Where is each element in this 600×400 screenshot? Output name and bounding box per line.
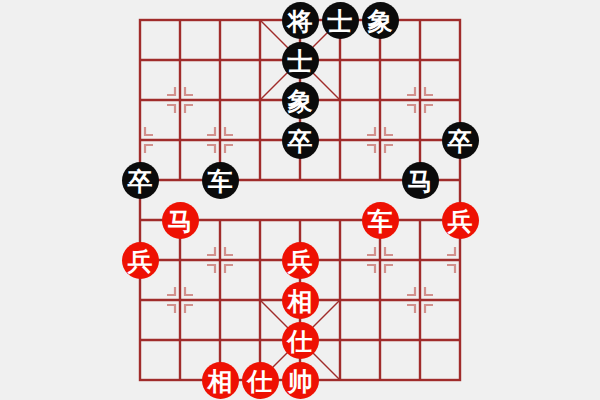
piece-glyph: 车 — [208, 169, 233, 194]
piece-glyph: 马 — [168, 209, 193, 234]
piece-black-advisor[interactable]: 士 — [282, 42, 319, 79]
piece-glyph: 马 — [408, 169, 433, 194]
board-point: 卒 — [440, 120, 480, 160]
piece-black-horse[interactable]: 马 — [402, 162, 439, 199]
piece-black-soldier[interactable]: 卒 — [282, 122, 319, 159]
board-point: 仕 — [240, 360, 280, 400]
piece-red-advisor[interactable]: 仕 — [282, 322, 319, 359]
board-point: 卒 — [120, 160, 160, 200]
board-point: 兵 — [440, 200, 480, 240]
piece-glyph: 车 — [368, 209, 393, 234]
piece-black-chariot[interactable]: 车 — [202, 162, 239, 199]
board-point: 马 — [400, 160, 440, 200]
piece-glyph: 仕 — [288, 329, 313, 354]
piece-glyph: 帅 — [288, 369, 313, 394]
piece-glyph: 士 — [328, 9, 353, 34]
piece-red-soldier[interactable]: 兵 — [442, 202, 479, 239]
board-point: 象 — [280, 80, 320, 120]
piece-red-soldier[interactable]: 兵 — [282, 242, 319, 279]
piece-red-chariot[interactable]: 车 — [362, 202, 399, 239]
board-point: 将 — [280, 0, 320, 40]
board-point: 象 — [360, 0, 400, 40]
piece-glyph: 仕 — [248, 369, 273, 394]
piece-black-elephant[interactable]: 象 — [362, 2, 399, 39]
piece-glyph: 卒 — [128, 169, 153, 194]
board-point: 车 — [200, 160, 240, 200]
piece-black-soldier[interactable]: 卒 — [122, 162, 159, 199]
piece-red-elephant[interactable]: 相 — [282, 282, 319, 319]
piece-glyph: 将 — [288, 9, 313, 34]
piece-glyph: 相 — [208, 369, 233, 394]
piece-glyph: 卒 — [288, 129, 313, 154]
piece-glyph: 士 — [288, 49, 313, 74]
board-point: 车 — [360, 200, 400, 240]
piece-glyph: 相 — [288, 289, 313, 314]
board-point: 帅 — [280, 360, 320, 400]
board-point: 马 — [160, 200, 200, 240]
board-point: 士 — [280, 40, 320, 80]
board-point: 兵 — [280, 240, 320, 280]
piece-black-advisor[interactable]: 士 — [322, 2, 359, 39]
board-point: 相 — [200, 360, 240, 400]
board-point: 卒 — [280, 120, 320, 160]
piece-black-soldier[interactable]: 卒 — [442, 122, 479, 159]
piece-glyph: 卒 — [448, 129, 473, 154]
piece-glyph: 象 — [368, 9, 393, 34]
piece-glyph: 象 — [288, 89, 313, 114]
piece-black-general[interactable]: 将 — [282, 2, 319, 39]
piece-red-soldier[interactable]: 兵 — [122, 242, 159, 279]
xiangqi-board[interactable]: 将士象士象卒卒卒车马马车兵兵兵相仕相仕帅 — [120, 0, 480, 400]
board-point: 士 — [320, 0, 360, 40]
piece-glyph: 兵 — [128, 249, 153, 274]
piece-glyph: 兵 — [448, 209, 473, 234]
piece-red-advisor[interactable]: 仕 — [242, 362, 279, 399]
xiangqi-app: 将士象士象卒卒卒车马马车兵兵兵相仕相仕帅 — [0, 0, 600, 400]
piece-glyph: 兵 — [288, 249, 313, 274]
board-point: 相 — [280, 280, 320, 320]
piece-red-elephant[interactable]: 相 — [202, 362, 239, 399]
board-point: 兵 — [120, 240, 160, 280]
piece-black-elephant[interactable]: 象 — [282, 82, 319, 119]
board-point: 仕 — [280, 320, 320, 360]
piece-red-horse[interactable]: 马 — [162, 202, 199, 239]
piece-red-general[interactable]: 帅 — [282, 362, 319, 399]
